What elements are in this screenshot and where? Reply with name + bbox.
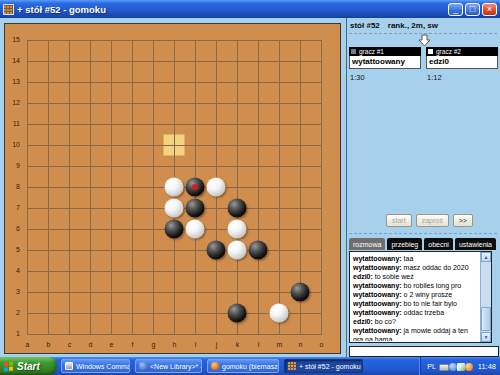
row-coordinate: 14 (7, 57, 20, 64)
system-tray: PL 11:48 (420, 357, 500, 375)
chat-message: edzi0: bo co? (353, 317, 477, 326)
keyboard-layout-indicator[interactable]: PL (427, 363, 436, 370)
black-stone-n3 (291, 283, 310, 302)
start-label: Start (17, 361, 40, 372)
row-coordinate: 1 (7, 330, 20, 337)
taskbar: Start Windows Commander...<New Library>*… (0, 357, 500, 375)
maximize-button[interactable]: □ (465, 3, 480, 16)
black-stone-j5 (207, 241, 226, 260)
taskbar-clock: 11:48 (478, 362, 496, 371)
column-coordinate: o (317, 341, 326, 348)
>>-button[interactable]: >> (453, 214, 473, 227)
last-move-marker (193, 185, 198, 190)
column-coordinate: c (65, 341, 74, 348)
white-stone-icon (428, 49, 433, 54)
grid-line (27, 124, 322, 125)
close-button[interactable]: × (482, 3, 497, 16)
windows-commander-icon (65, 362, 73, 370)
row-coordinate: 13 (7, 78, 20, 85)
scroll-down-icon[interactable]: ▼ (481, 332, 491, 342)
row-coordinate: 5 (7, 246, 20, 253)
grid-line (27, 271, 322, 272)
column-coordinate: m (275, 341, 284, 348)
firefox-icon (211, 362, 219, 370)
grid-line (27, 166, 322, 167)
row-coordinate: 12 (7, 99, 20, 106)
row-coordinate: 9 (7, 162, 20, 169)
grid-line (27, 82, 322, 83)
column-coordinate: k (233, 341, 242, 348)
tab-bar: rozmowaprzebiegobecniustawienia (349, 238, 496, 250)
column-coordinate: g (149, 341, 158, 348)
tray-icons (439, 357, 473, 375)
white-stone-k6 (228, 220, 247, 239)
chat-message: wytattoowany: taa (353, 254, 477, 263)
player-1-seat-label: gracz #1 (359, 48, 384, 55)
grid-line (27, 334, 322, 335)
row-coordinate: 15 (7, 36, 20, 43)
turn-indicator-arrow (418, 34, 431, 47)
network-icon[interactable] (457, 363, 465, 371)
white-stone-i6 (186, 220, 205, 239)
chat-input[interactable] (349, 346, 499, 357)
grid-line (27, 40, 322, 41)
start-button[interactable]: Start (0, 357, 57, 375)
taskbar-task[interactable]: <New Library>* - Re... (135, 359, 202, 373)
tab-rozmowa[interactable]: rozmowa (349, 238, 385, 250)
window-title: + stół #52 - gomoku (17, 4, 448, 15)
black-stone-k7 (228, 199, 247, 218)
divider (349, 233, 497, 234)
row-coordinate: 6 (7, 225, 20, 232)
black-stone-i8 (186, 178, 205, 197)
row-coordinate: 10 (7, 141, 20, 148)
row-coordinate: 11 (7, 120, 20, 127)
chat-message: wytattoowany: masz oddac do 2020 (353, 263, 477, 272)
chat-message: wytattoowany: bo robiles long pro (353, 281, 477, 290)
player-1: gracz #1 wytattoowany 1:30 (349, 47, 421, 82)
row-coordinate: 2 (7, 309, 20, 316)
grid-line (27, 145, 322, 146)
windows-logo-icon (4, 361, 14, 371)
board-icon (288, 362, 296, 370)
grid-line (27, 103, 322, 104)
chat-message: wytattoowany: o 2 winy prosze (353, 290, 477, 299)
row-coordinate: 4 (7, 267, 20, 274)
column-coordinate: n (296, 341, 305, 348)
table-label: stół #52 (350, 21, 380, 30)
table-info: rank., 2m, sw (388, 21, 438, 30)
player-2-clock: 1:12 (426, 73, 498, 82)
tab-obecni[interactable]: obecni (424, 238, 453, 250)
player-2-seat-label: gracz #2 (436, 48, 461, 55)
black-stone-i7 (186, 199, 205, 218)
action-buttons: startzaproś>> (386, 214, 473, 227)
players-row: gracz #1 wytattoowany 1:30 gracz #2 edzi… (349, 47, 498, 82)
column-coordinate: h (170, 341, 179, 348)
column-coordinate: i (191, 341, 200, 348)
row-coordinate: 8 (7, 183, 20, 190)
window-body: 151413121110987654321abcdefghijklmno stó… (0, 18, 500, 357)
white-stone-h7 (165, 199, 184, 218)
column-coordinate: d (86, 341, 95, 348)
scroll-up-icon[interactable]: ▲ (481, 252, 491, 262)
black-stone-k2 (228, 304, 247, 323)
white-stone-m2 (270, 304, 289, 323)
row-coordinate: 3 (7, 288, 20, 295)
task-buttons: Windows Commander...<New Library>* - Re.… (61, 359, 420, 373)
alert-icon[interactable] (465, 363, 473, 371)
column-coordinate: j (212, 341, 221, 348)
taskbar-task[interactable]: Windows Commander... (61, 359, 130, 373)
column-coordinate: b (44, 341, 53, 348)
column-coordinate: e (107, 341, 116, 348)
player-1-seat-bar: gracz #1 (349, 47, 421, 56)
table-header: stół #52rank., 2m, sw (350, 21, 438, 30)
library-icon (139, 362, 147, 370)
column-coordinate: a (23, 341, 32, 348)
chat-message: edzi0: to sobie weź (353, 272, 477, 281)
scrollbar-thumb[interactable] (481, 307, 491, 331)
board[interactable]: 151413121110987654321abcdefghijklmno (4, 23, 341, 354)
title-bar: + stół #52 - gomoku _ □ × (0, 0, 500, 18)
white-stone-h8 (165, 178, 184, 197)
column-coordinate: f (128, 341, 137, 348)
player-1-name[interactable]: wytattoowany (349, 56, 421, 69)
side-panel: stół #52rank., 2m, sw gracz #1 wytattoow… (346, 18, 500, 357)
grid-line (27, 250, 322, 251)
player-2-seat-bar: gracz #2 (426, 47, 498, 56)
black-stone-l5 (249, 241, 268, 260)
player-1-clock: 1:30 (349, 73, 421, 82)
player-2-name[interactable]: edzi0 (426, 56, 498, 69)
volume-icon[interactable] (449, 363, 457, 371)
player-2: gracz #2 edzi0 1:12 (426, 47, 498, 82)
app-icon (3, 4, 14, 15)
minimize-button[interactable]: _ (448, 3, 463, 16)
chat-message: wytattoowany: oddac trzeba (353, 308, 477, 317)
tab-przebieg[interactable]: przebieg (387, 238, 422, 250)
black-stone-h6 (165, 220, 184, 239)
chat-messages: wytattoowany: taawytattoowany: masz odda… (351, 253, 479, 341)
keyboard-icon[interactable] (439, 364, 449, 371)
white-stone-j8 (207, 178, 226, 197)
start-button[interactable]: start (386, 214, 412, 227)
tab-ustawienia[interactable]: ustawienia (455, 238, 496, 250)
chat-message: wytattoowany: ja mowie oddaj a ten gra n… (353, 326, 477, 341)
column-coordinate: l (254, 341, 263, 348)
chat-scrollbar[interactable]: ▲ ▼ (480, 252, 491, 342)
black-stone-icon (351, 49, 356, 54)
white-stone-k5 (228, 241, 247, 260)
chat-message: wytattoowany: bo to nie fair bylo (353, 299, 477, 308)
app-window: + stół #52 - gomoku _ □ × 15141312111098… (0, 0, 500, 375)
taskbar-task[interactable]: gomoku (biernasze) - ... (207, 359, 279, 373)
grid-line (27, 61, 322, 62)
zapro-button[interactable]: zaproś (416, 214, 449, 227)
taskbar-task[interactable]: + stół #52 - gomoku (284, 359, 363, 373)
chat-box: wytattoowany: taawytattoowany: masz odda… (349, 251, 492, 343)
row-coordinate: 7 (7, 204, 20, 211)
grid-line (27, 292, 322, 293)
